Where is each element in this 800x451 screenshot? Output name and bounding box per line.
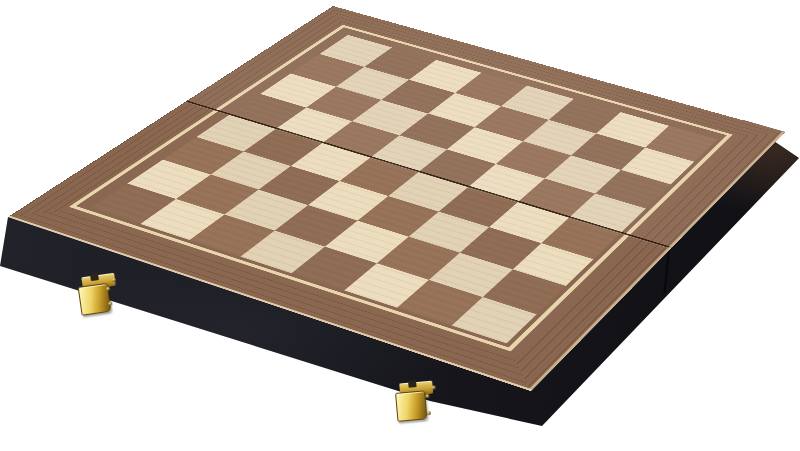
clasp-screw [425,394,429,398]
side-fold-gap [663,249,670,293]
clasp-keeper [408,380,417,388]
clasp-screw [106,287,111,292]
clasp-screw [112,278,117,283]
left-brass-clasp[interactable] [76,272,123,317]
clasp-screw [427,411,431,415]
clasp-keeper [90,273,99,281]
right-brass-clasp[interactable] [394,380,441,426]
board-photo [0,0,800,451]
chessboard-surface [8,6,785,391]
clasp-screw [108,301,113,306]
clasp-buckle [395,390,427,422]
clasp-screw [432,385,436,389]
